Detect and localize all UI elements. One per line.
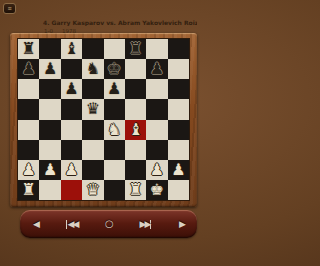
square-e1[interactable]: [104, 180, 125, 200]
square-b2[interactable]: ♟: [39, 160, 60, 180]
square-b4[interactable]: [39, 120, 60, 140]
square-a1[interactable]: ♜: [18, 180, 39, 200]
square-c3[interactable]: [61, 140, 82, 160]
black-pawn-g7: ♟: [150, 61, 164, 77]
square-f4[interactable]: ♝: [125, 120, 146, 140]
square-h1[interactable]: [168, 180, 189, 200]
skip-to-end-icon: ▶▶: [140, 220, 152, 229]
prev-move-button[interactable]: ◀: [33, 220, 38, 229]
square-d7[interactable]: ♞: [82, 59, 103, 79]
square-d2[interactable]: [82, 160, 103, 180]
square-a2[interactable]: ♟: [18, 160, 39, 180]
square-a7[interactable]: ♟: [18, 59, 39, 79]
white-king-g1: ♚: [150, 181, 164, 197]
square-d3[interactable]: [82, 140, 103, 160]
square-b1[interactable]: [39, 180, 60, 200]
square-h8[interactable]: [168, 39, 189, 59]
square-b5[interactable]: [39, 99, 60, 119]
square-h7[interactable]: [168, 59, 189, 79]
white-pawn-h2: ♟: [171, 161, 185, 177]
white-knight-e4: ♞: [107, 121, 121, 137]
black-queen-d5: ♛: [86, 101, 100, 117]
square-e6[interactable]: ♟: [104, 79, 125, 99]
square-c4[interactable]: [61, 120, 82, 140]
next-move-button[interactable]: ▶: [179, 220, 184, 229]
game-title: 4. Garry Kasparov vs. Abram Yakovlevich …: [43, 19, 197, 26]
square-b3[interactable]: [39, 140, 60, 160]
square-b6[interactable]: [39, 79, 60, 99]
white-rook-a1: ♜: [22, 181, 36, 197]
chess-board[interactable]: ♜♝♜♟♟♞♚♟♟♟♛♞♝♟♟♟♟♟♜♛♜♚: [18, 39, 189, 200]
square-e8[interactable]: [104, 39, 125, 59]
white-queen-d1: ♛: [86, 181, 100, 197]
square-g4[interactable]: [146, 120, 167, 140]
next-move-icon: ▶: [179, 220, 184, 229]
square-c8[interactable]: ♝: [61, 39, 82, 59]
skip-to-start-icon: ◀◀: [66, 220, 78, 229]
square-h5[interactable]: [168, 99, 189, 119]
prev-move-icon: ◀: [33, 220, 38, 229]
square-g7[interactable]: ♟: [146, 59, 167, 79]
square-b7[interactable]: ♟: [39, 59, 60, 79]
square-d4[interactable]: [82, 120, 103, 140]
square-e2[interactable]: [104, 160, 125, 180]
white-bishop-f4: ♝: [128, 121, 142, 137]
square-b8[interactable]: [39, 39, 60, 59]
board-frame: ♜♝♜♟♟♞♚♟♟♟♛♞♝♟♟♟♟♟♜♛♜♚: [10, 33, 197, 207]
square-c7[interactable]: [61, 59, 82, 79]
square-h3[interactable]: [168, 140, 189, 160]
square-e7[interactable]: ♚: [104, 59, 125, 79]
square-a6[interactable]: [18, 79, 39, 99]
square-f6[interactable]: [125, 79, 146, 99]
square-h4[interactable]: [168, 120, 189, 140]
square-f3[interactable]: [125, 140, 146, 160]
white-pawn-a2: ♟: [22, 161, 36, 177]
square-h6[interactable]: [168, 79, 189, 99]
square-g2[interactable]: ♟: [146, 160, 167, 180]
white-pawn-b2: ♟: [43, 161, 57, 177]
black-rook-f8: ♜: [128, 41, 142, 57]
white-rook-f1: ♜: [128, 181, 142, 197]
square-e5[interactable]: [104, 99, 125, 119]
autoplay-icon: ○: [105, 219, 112, 229]
black-knight-d7: ♞: [86, 61, 100, 77]
playback-bar: ◀◀◀○▶▶▶: [20, 210, 197, 238]
square-d1[interactable]: ♛: [82, 180, 103, 200]
square-f2[interactable]: [125, 160, 146, 180]
square-h2[interactable]: ♟: [168, 160, 189, 180]
skip-to-start-button[interactable]: ◀◀: [66, 220, 78, 229]
square-a3[interactable]: [18, 140, 39, 160]
square-a5[interactable]: [18, 99, 39, 119]
autoplay-button[interactable]: ○: [105, 219, 112, 229]
black-pawn-a7: ♟: [22, 61, 36, 77]
menu-button[interactable]: ≡: [3, 3, 16, 14]
square-g5[interactable]: [146, 99, 167, 119]
black-pawn-e6: ♟: [107, 81, 121, 97]
square-c2[interactable]: ♟: [61, 160, 82, 180]
square-f1[interactable]: ♜: [125, 180, 146, 200]
square-c1[interactable]: [61, 180, 82, 200]
square-d6[interactable]: [82, 79, 103, 99]
skip-to-end-button[interactable]: ▶▶: [140, 220, 152, 229]
black-pawn-c6: ♟: [64, 81, 78, 97]
square-e3[interactable]: [104, 140, 125, 160]
square-f8[interactable]: ♜: [125, 39, 146, 59]
square-f7[interactable]: [125, 59, 146, 79]
square-d8[interactable]: [82, 39, 103, 59]
black-king-e7: ♚: [107, 61, 121, 77]
white-pawn-c2: ♟: [64, 161, 78, 177]
square-e4[interactable]: ♞: [104, 120, 125, 140]
square-g8[interactable]: [146, 39, 167, 59]
white-pawn-g2: ♟: [150, 161, 164, 177]
square-a4[interactable]: [18, 120, 39, 140]
square-g1[interactable]: ♚: [146, 180, 167, 200]
black-rook-a8: ♜: [22, 41, 36, 57]
black-pawn-b7: ♟: [43, 61, 57, 77]
square-f5[interactable]: [125, 99, 146, 119]
square-a8[interactable]: ♜: [18, 39, 39, 59]
square-c5[interactable]: [61, 99, 82, 119]
black-bishop-c8: ♝: [64, 41, 78, 57]
square-c6[interactable]: ♟: [61, 79, 82, 99]
square-d5[interactable]: ♛: [82, 99, 103, 119]
square-g6[interactable]: [146, 79, 167, 99]
square-g3[interactable]: [146, 140, 167, 160]
